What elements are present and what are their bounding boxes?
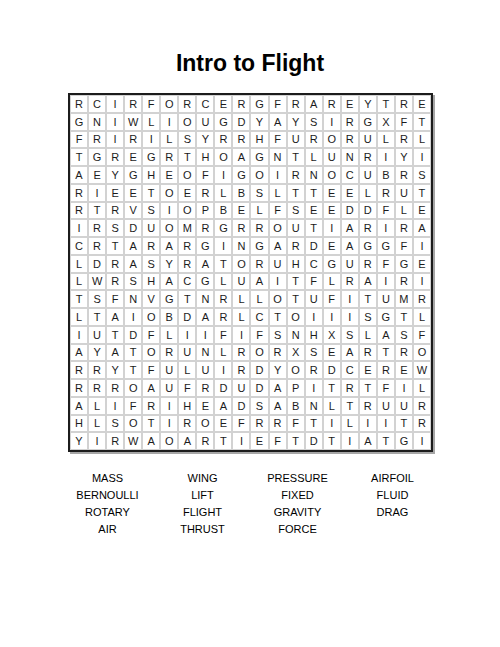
grid-cell: D: [250, 361, 268, 379]
word-list-item: AIR: [60, 521, 155, 538]
grid-cell: N: [232, 237, 250, 255]
grid-cell: L: [214, 273, 232, 291]
grid-cell: A: [106, 308, 124, 326]
grid-cell: R: [269, 344, 287, 362]
grid-cell: R: [106, 255, 124, 273]
grid-cell: D: [250, 379, 268, 397]
grid-cell: E: [214, 95, 232, 113]
word-list-item: THRUST: [155, 521, 250, 538]
grid-cell: U: [196, 113, 214, 131]
grid-cell: I: [160, 415, 178, 433]
grid-cell: A: [142, 432, 160, 450]
grid-cell: L: [178, 361, 196, 379]
grid-cell: T: [377, 95, 395, 113]
grid-cell: R: [341, 273, 359, 291]
grid-cell: L: [250, 290, 268, 308]
grid-cell: I: [214, 361, 232, 379]
grid-cell: D: [124, 326, 142, 344]
grid-cell: R: [160, 148, 178, 166]
grid-cell: N: [196, 344, 214, 362]
grid-cell: C: [178, 273, 196, 291]
word-list-item: FLIGHT: [155, 504, 250, 521]
grid-cell: T: [305, 184, 323, 202]
grid-cell: H: [305, 326, 323, 344]
grid-cell: R: [214, 308, 232, 326]
grid-cell: C: [196, 95, 214, 113]
grid-cell: R: [70, 184, 88, 202]
grid-cell: F: [413, 326, 431, 344]
grid-cell: W: [124, 432, 142, 450]
grid-cell: B: [160, 308, 178, 326]
grid-cell: R: [377, 361, 395, 379]
grid-cell: G: [70, 113, 88, 131]
grid-cell: F: [70, 131, 88, 149]
grid-cell: A: [377, 326, 395, 344]
grid-cell: G: [323, 255, 341, 273]
grid-cell: R: [359, 148, 377, 166]
grid-cell: R: [395, 166, 413, 184]
grid-cell: F: [395, 113, 413, 131]
grid-cell: G: [395, 432, 413, 450]
word-list-item: PRESSURE: [250, 470, 345, 487]
grid-cell: N: [124, 290, 142, 308]
grid-cell: A: [160, 237, 178, 255]
grid-cell: G: [196, 273, 214, 291]
grid-cell: F: [269, 432, 287, 450]
grid-cell: I: [88, 432, 106, 450]
grid-cell: R: [70, 202, 88, 220]
grid-cell: U: [377, 397, 395, 415]
grid-cell: Y: [196, 131, 214, 149]
grid-cell: T: [178, 290, 196, 308]
grid-cell: R: [214, 290, 232, 308]
grid-cell: R: [359, 397, 377, 415]
grid-cell: C: [70, 237, 88, 255]
grid-cell: O: [178, 113, 196, 131]
grid-cell: O: [178, 202, 196, 220]
grid-cell: R: [88, 219, 106, 237]
grid-cell: T: [395, 308, 413, 326]
grid-cell: C: [341, 166, 359, 184]
grid-cell: U: [269, 255, 287, 273]
grid-cell: N: [341, 148, 359, 166]
grid-cell: G: [250, 148, 268, 166]
grid-cell: C: [305, 255, 323, 273]
grid-cell: R: [413, 397, 431, 415]
grid-cell: T: [287, 290, 305, 308]
grid-cell: R: [106, 202, 124, 220]
grid-cell: R: [70, 379, 88, 397]
grid-cell: R: [124, 95, 142, 113]
grid-cell: I: [160, 202, 178, 220]
grid-cell: X: [323, 326, 341, 344]
grid-cell: F: [377, 255, 395, 273]
grid-cell: T: [142, 415, 160, 433]
grid-cell: F: [269, 202, 287, 220]
grid-cell: F: [142, 95, 160, 113]
grid-cell: H: [142, 166, 160, 184]
grid-cell: I: [142, 131, 160, 149]
grid-cell: F: [142, 326, 160, 344]
grid-cell: R: [214, 131, 232, 149]
grid-cell: I: [377, 219, 395, 237]
grid-cell: L: [160, 131, 178, 149]
grid-cell: R: [160, 344, 178, 362]
grid-cell: I: [305, 308, 323, 326]
grid-cell: U: [160, 379, 178, 397]
grid-cell: E: [341, 184, 359, 202]
grid-cell: R: [88, 131, 106, 149]
word-list-item: WING: [155, 470, 250, 487]
grid-cell: I: [341, 308, 359, 326]
grid-cell: D: [88, 255, 106, 273]
grid-cell: G: [250, 95, 268, 113]
grid-cell: R: [269, 415, 287, 433]
word-list-item: FIXED: [250, 487, 345, 504]
grid-cell: E: [160, 166, 178, 184]
grid-cell: R: [250, 219, 268, 237]
grid-cell: G: [142, 148, 160, 166]
grid-cell: L: [214, 184, 232, 202]
grid-cell: U: [232, 273, 250, 291]
grid-cell: I: [88, 184, 106, 202]
word-list-column: WINGLIFTFLIGHTTHRUST: [155, 470, 250, 538]
grid-cell: H: [250, 131, 268, 149]
grid-cell: R: [106, 379, 124, 397]
grid-cell: I: [341, 432, 359, 450]
grid-cell: U: [395, 397, 413, 415]
grid-cell: Y: [359, 95, 377, 113]
grid-cell: A: [124, 255, 142, 273]
grid-cell: M: [178, 219, 196, 237]
grid-cell: R: [250, 255, 268, 273]
grid-cell: R: [106, 432, 124, 450]
grid-cell: R: [232, 344, 250, 362]
grid-cell: U: [359, 131, 377, 149]
grid-cell: R: [106, 273, 124, 291]
grid-cell: L: [305, 148, 323, 166]
word-list-item: AIRFOIL: [345, 470, 440, 487]
grid-cell: D: [232, 113, 250, 131]
grid-cell: U: [377, 290, 395, 308]
grid-cell: S: [359, 308, 377, 326]
grid-cell: I: [359, 415, 377, 433]
grid-cell: E: [413, 95, 431, 113]
grid-cell: R: [178, 415, 196, 433]
grid-cell: L: [232, 308, 250, 326]
word-list: MASSBERNOULLIROTARYAIRWINGLIFTFLIGHTTHRU…: [60, 470, 440, 538]
grid-cell: F: [305, 273, 323, 291]
grid-cell: I: [160, 113, 178, 131]
grid-cell: W: [88, 273, 106, 291]
grid-cell: E: [359, 361, 377, 379]
grid-cell: F: [269, 95, 287, 113]
grid-cell: L: [88, 397, 106, 415]
grid-cell: G: [160, 290, 178, 308]
grid-cell: U: [323, 148, 341, 166]
grid-cell: R: [196, 379, 214, 397]
grid-cell: I: [106, 131, 124, 149]
grid-cell: R: [232, 219, 250, 237]
grid-cell: R: [142, 237, 160, 255]
grid-cell: A: [305, 95, 323, 113]
grid-cell: T: [413, 113, 431, 131]
grid-cell: V: [142, 290, 160, 308]
grid-cell: S: [124, 273, 142, 291]
grid-cell: S: [305, 113, 323, 131]
grid-cell: R: [395, 131, 413, 149]
grid-cell: U: [88, 326, 106, 344]
grid-cell: O: [142, 308, 160, 326]
grid-cell: O: [160, 95, 178, 113]
grid-cell: G: [377, 237, 395, 255]
grid-cell: L: [269, 184, 287, 202]
grid-cell: L: [323, 273, 341, 291]
grid-cell: H: [142, 273, 160, 291]
grid-cell: F: [124, 397, 142, 415]
grid-cell: I: [305, 379, 323, 397]
grid-cell: A: [341, 344, 359, 362]
grid-cell: R: [287, 166, 305, 184]
grid-cell: L: [413, 379, 431, 397]
grid-cell: Y: [250, 113, 268, 131]
grid-cell: C: [88, 95, 106, 113]
grid-cell: I: [70, 219, 88, 237]
grid-cell: A: [269, 113, 287, 131]
grid-cell: F: [395, 237, 413, 255]
grid-cell: I: [341, 290, 359, 308]
grid-cell: F: [178, 379, 196, 397]
grid-cell: A: [142, 379, 160, 397]
grid-cell: E: [106, 184, 124, 202]
grid-cell: T: [70, 290, 88, 308]
grid-cell: O: [196, 415, 214, 433]
grid-cell: T: [359, 379, 377, 397]
grid-cell: B: [287, 397, 305, 415]
grid-cell: O: [124, 415, 142, 433]
grid-cell: L: [395, 202, 413, 220]
grid-cell: F: [287, 415, 305, 433]
grid-cell: A: [160, 273, 178, 291]
grid-cell: R: [70, 95, 88, 113]
grid-cell: T: [413, 184, 431, 202]
grid-cell: R: [88, 237, 106, 255]
grid-cell: L: [323, 397, 341, 415]
grid-cell: N: [196, 290, 214, 308]
grid-cell: D: [305, 237, 323, 255]
grid-cell: T: [377, 432, 395, 450]
grid-cell: I: [323, 113, 341, 131]
grid-cell: M: [395, 290, 413, 308]
grid-cell: O: [214, 148, 232, 166]
grid-cell: E: [214, 415, 232, 433]
grid-cell: A: [214, 397, 232, 415]
grid-cell: H: [287, 255, 305, 273]
grid-cell: N: [88, 113, 106, 131]
grid-cell: S: [305, 344, 323, 362]
grid-cell: F: [377, 379, 395, 397]
grid-cell: R: [341, 131, 359, 149]
grid-cell: S: [341, 326, 359, 344]
grid-cell: S: [250, 184, 268, 202]
grid-cell: L: [413, 308, 431, 326]
grid-cell: F: [214, 326, 232, 344]
grid-cell: O: [287, 361, 305, 379]
grid-cell: T: [305, 219, 323, 237]
grid-cell: O: [142, 344, 160, 362]
grid-cell: E: [88, 166, 106, 184]
grid-cell: R: [359, 255, 377, 273]
grid-cell: X: [377, 113, 395, 131]
grid-cell: T: [287, 148, 305, 166]
grid-cell: H: [178, 397, 196, 415]
grid-cell: A: [70, 344, 88, 362]
grid-cell: A: [196, 308, 214, 326]
grid-cell: A: [106, 344, 124, 362]
grid-cell: G: [250, 237, 268, 255]
grid-cell: R: [232, 95, 250, 113]
grid-cell: Y: [287, 113, 305, 131]
grid-cell: A: [250, 273, 268, 291]
grid-cell: R: [232, 361, 250, 379]
grid-cell: A: [196, 255, 214, 273]
grid-cell: E: [305, 202, 323, 220]
grid-cell: E: [124, 148, 142, 166]
grid-cell: U: [178, 344, 196, 362]
grid-cell: Y: [160, 255, 178, 273]
grid-cell: S: [413, 166, 431, 184]
grid-cell: I: [178, 326, 196, 344]
grid-cell: D: [359, 202, 377, 220]
grid-cell: R: [232, 131, 250, 149]
grid-cell: Y: [106, 361, 124, 379]
grid-cell: A: [178, 432, 196, 450]
grid-cell: L: [88, 415, 106, 433]
grid-cell: L: [359, 184, 377, 202]
grid-cell: O: [323, 166, 341, 184]
grid-cell: I: [413, 273, 431, 291]
grid-cell: R: [142, 397, 160, 415]
grid-cell: E: [395, 361, 413, 379]
grid-cell: B: [377, 166, 395, 184]
grid-cell: E: [323, 184, 341, 202]
grid-cell: R: [178, 255, 196, 273]
grid-cell: L: [70, 255, 88, 273]
grid-cell: I: [323, 308, 341, 326]
word-list-item: FORCE: [250, 521, 345, 538]
grid-cell: E: [124, 184, 142, 202]
grid-cell: B: [214, 202, 232, 220]
grid-cell: R: [359, 344, 377, 362]
grid-cell: I: [214, 237, 232, 255]
grid-cell: L: [160, 326, 178, 344]
grid-cell: T: [323, 432, 341, 450]
grid-cell: D: [232, 397, 250, 415]
grid-cell: R: [196, 184, 214, 202]
grid-cell: F: [106, 290, 124, 308]
grid-cell: U: [287, 131, 305, 149]
grid-cell: Y: [106, 166, 124, 184]
grid-cell: R: [395, 219, 413, 237]
grid-cell: S: [287, 202, 305, 220]
grid-cell: A: [341, 219, 359, 237]
grid-cell: L: [377, 131, 395, 149]
grid-cell: A: [269, 237, 287, 255]
grid-cell: V: [124, 202, 142, 220]
grid-cell: T: [88, 308, 106, 326]
grid-cell: I: [106, 397, 124, 415]
word-search-page: Intro to Flight RCIRFORCERGFRAREYTREGNIW…: [0, 0, 500, 647]
grid-cell: T: [359, 290, 377, 308]
word-search-grid: RCIRFORCERGFRAREYTREGNIWLIOUGDYAYSIRGXFT…: [68, 93, 433, 452]
grid-cell: T: [305, 415, 323, 433]
grid-cell: R: [305, 131, 323, 149]
grid-cell: L: [70, 273, 88, 291]
grid-cell: O: [160, 184, 178, 202]
grid-cell: L: [341, 415, 359, 433]
grid-cell: A: [232, 148, 250, 166]
grid-cell: L: [214, 344, 232, 362]
grid-cell: G: [232, 166, 250, 184]
grid-cell: R: [413, 415, 431, 433]
grid-cell: F: [377, 202, 395, 220]
grid-cell: R: [124, 131, 142, 149]
grid-cell: S: [395, 326, 413, 344]
grid-cell: I: [106, 113, 124, 131]
grid-cell: G: [214, 113, 232, 131]
grid-cell: R: [305, 361, 323, 379]
grid-cell: S: [106, 219, 124, 237]
word-list-item: GRAVITY: [250, 504, 345, 521]
grid-cell: U: [196, 361, 214, 379]
grid-cell: N: [287, 326, 305, 344]
grid-cell: G: [359, 237, 377, 255]
grid-cell: E: [341, 95, 359, 113]
grid-cell: R: [250, 415, 268, 433]
grid-cell: D: [178, 308, 196, 326]
grid-cell: C: [250, 308, 268, 326]
grid-cell: T: [70, 148, 88, 166]
grid-cell: D: [124, 219, 142, 237]
grid-cell: L: [413, 131, 431, 149]
grid-cell: A: [124, 237, 142, 255]
grid-cell: O: [160, 219, 178, 237]
grid-cell: G: [88, 148, 106, 166]
grid-cell: R: [395, 95, 413, 113]
grid-cell: I: [70, 326, 88, 344]
grid-cell: D: [341, 202, 359, 220]
grid-cell: E: [196, 397, 214, 415]
grid-cell: I: [160, 397, 178, 415]
grid-cell: G: [395, 255, 413, 273]
grid-cell: O: [160, 432, 178, 450]
grid-cell: Y: [88, 344, 106, 362]
grid-cell: O: [178, 166, 196, 184]
grid-cell: T: [287, 432, 305, 450]
grid-cell: A: [359, 273, 377, 291]
grid-cell: E: [178, 184, 196, 202]
grid-cell: S: [88, 290, 106, 308]
word-list-item: LIFT: [155, 487, 250, 504]
grid-cell: I: [323, 219, 341, 237]
grid-cell: O: [232, 255, 250, 273]
grid-cell: C: [341, 361, 359, 379]
grid-cell: T: [269, 308, 287, 326]
grid-cell: T: [88, 202, 106, 220]
grid-cell: O: [269, 219, 287, 237]
grid-cell: S: [106, 415, 124, 433]
grid-cell: U: [359, 166, 377, 184]
